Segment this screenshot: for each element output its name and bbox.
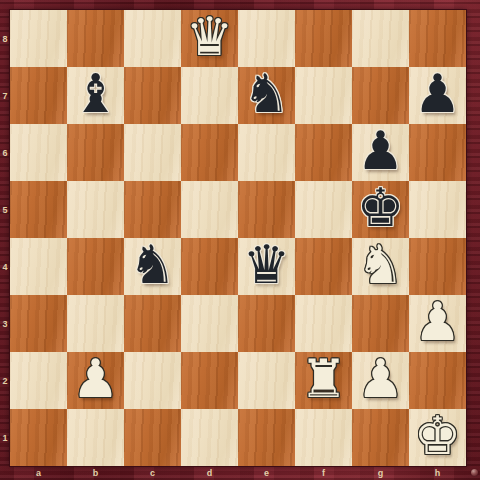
square-d7[interactable]	[181, 67, 238, 124]
rank-label-8: 8	[0, 10, 10, 67]
square-c4[interactable]: ♞	[124, 238, 181, 295]
file-label-b: b	[67, 466, 124, 480]
piece-black-pawn[interactable]: ♟	[414, 67, 462, 120]
rank-labels: 87654321	[0, 10, 10, 466]
square-h1[interactable]: ♚	[409, 409, 466, 466]
square-e5[interactable]	[238, 181, 295, 238]
square-c5[interactable]	[124, 181, 181, 238]
piece-black-bishop[interactable]: ♝	[72, 67, 120, 120]
square-e2[interactable]	[238, 352, 295, 409]
square-g6[interactable]: ♟	[352, 124, 409, 181]
square-d2[interactable]	[181, 352, 238, 409]
piece-black-knight[interactable]: ♞	[129, 238, 177, 291]
square-g3[interactable]	[352, 295, 409, 352]
chess-board-frame: ♛♝♞♟♟♚♞♛♞♟♟♜♟♚ 87654321 abcdefgh	[0, 0, 480, 480]
piece-black-pawn[interactable]: ♟	[357, 124, 405, 177]
piece-black-knight[interactable]: ♞	[243, 67, 291, 120]
square-h6[interactable]	[409, 124, 466, 181]
square-d8[interactable]: ♛	[181, 10, 238, 67]
piece-white-pawn[interactable]: ♟	[72, 352, 120, 405]
square-b1[interactable]	[67, 409, 124, 466]
square-f1[interactable]	[295, 409, 352, 466]
square-e1[interactable]	[238, 409, 295, 466]
square-g1[interactable]	[352, 409, 409, 466]
file-label-g: g	[352, 466, 409, 480]
square-c8[interactable]	[124, 10, 181, 67]
square-a3[interactable]	[10, 295, 67, 352]
square-e4[interactable]: ♛	[238, 238, 295, 295]
square-d6[interactable]	[181, 124, 238, 181]
square-c2[interactable]	[124, 352, 181, 409]
square-b2[interactable]: ♟	[67, 352, 124, 409]
rank-label-5: 5	[0, 181, 10, 238]
square-d3[interactable]	[181, 295, 238, 352]
file-label-d: d	[181, 466, 238, 480]
square-b4[interactable]	[67, 238, 124, 295]
rank-label-2: 2	[0, 352, 10, 409]
piece-white-queen[interactable]: ♛	[186, 10, 234, 63]
square-g2[interactable]: ♟	[352, 352, 409, 409]
square-g4[interactable]: ♞	[352, 238, 409, 295]
square-h4[interactable]	[409, 238, 466, 295]
square-g8[interactable]	[352, 10, 409, 67]
square-h2[interactable]	[409, 352, 466, 409]
square-g5[interactable]: ♚	[352, 181, 409, 238]
square-f2[interactable]: ♜	[295, 352, 352, 409]
square-h5[interactable]	[409, 181, 466, 238]
square-f6[interactable]	[295, 124, 352, 181]
square-h8[interactable]	[409, 10, 466, 67]
piece-white-knight[interactable]: ♞	[357, 238, 405, 291]
square-c1[interactable]	[124, 409, 181, 466]
square-a6[interactable]	[10, 124, 67, 181]
square-c3[interactable]	[124, 295, 181, 352]
square-f7[interactable]	[295, 67, 352, 124]
piece-white-king[interactable]: ♚	[414, 409, 462, 462]
square-c7[interactable]	[124, 67, 181, 124]
rank-label-1: 1	[0, 409, 10, 466]
square-b7[interactable]: ♝	[67, 67, 124, 124]
square-b6[interactable]	[67, 124, 124, 181]
file-label-c: c	[124, 466, 181, 480]
square-a5[interactable]	[10, 181, 67, 238]
rank-label-7: 7	[0, 67, 10, 124]
file-label-e: e	[238, 466, 295, 480]
square-a1[interactable]	[10, 409, 67, 466]
square-c6[interactable]	[124, 124, 181, 181]
square-b5[interactable]	[67, 181, 124, 238]
piece-white-rook[interactable]: ♜	[300, 352, 348, 405]
piece-white-pawn[interactable]: ♟	[414, 295, 462, 348]
square-e6[interactable]	[238, 124, 295, 181]
square-d4[interactable]	[181, 238, 238, 295]
rank-label-4: 4	[0, 238, 10, 295]
square-g7[interactable]	[352, 67, 409, 124]
square-a8[interactable]	[10, 10, 67, 67]
piece-black-queen[interactable]: ♛	[243, 238, 291, 291]
square-d1[interactable]	[181, 409, 238, 466]
square-b3[interactable]	[67, 295, 124, 352]
rank-label-3: 3	[0, 295, 10, 352]
square-a2[interactable]	[10, 352, 67, 409]
square-f3[interactable]	[295, 295, 352, 352]
file-labels: abcdefgh	[10, 466, 466, 480]
file-label-f: f	[295, 466, 352, 480]
square-a4[interactable]	[10, 238, 67, 295]
square-f5[interactable]	[295, 181, 352, 238]
piece-white-pawn[interactable]: ♟	[357, 352, 405, 405]
square-e3[interactable]	[238, 295, 295, 352]
file-label-a: a	[10, 466, 67, 480]
square-f4[interactable]	[295, 238, 352, 295]
square-h3[interactable]: ♟	[409, 295, 466, 352]
square-b8[interactable]	[67, 10, 124, 67]
chess-board: ♛♝♞♟♟♚♞♛♞♟♟♜♟♚	[10, 10, 466, 466]
square-a7[interactable]	[10, 67, 67, 124]
piece-black-king[interactable]: ♚	[357, 181, 405, 234]
frame-corner-dot	[471, 469, 478, 476]
square-e8[interactable]	[238, 10, 295, 67]
square-f8[interactable]	[295, 10, 352, 67]
square-e7[interactable]: ♞	[238, 67, 295, 124]
square-d5[interactable]	[181, 181, 238, 238]
rank-label-6: 6	[0, 124, 10, 181]
square-h7[interactable]: ♟	[409, 67, 466, 124]
file-label-h: h	[409, 466, 466, 480]
